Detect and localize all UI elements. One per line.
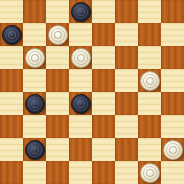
square-r1c6[interactable] (138, 23, 161, 46)
black-man[interactable] (71, 94, 91, 114)
square-r0c0 (0, 0, 23, 23)
square-r1c5 (115, 23, 138, 46)
square-r0c1[interactable] (23, 0, 46, 23)
checkers-board (0, 0, 184, 184)
square-r2c6 (138, 46, 161, 69)
square-r1c2[interactable] (46, 23, 69, 46)
square-r0c2 (46, 0, 69, 23)
square-r6c4 (92, 138, 115, 161)
white-man[interactable] (71, 48, 91, 68)
square-r7c7 (161, 161, 184, 184)
square-r6c1[interactable] (23, 138, 46, 161)
square-r6c3[interactable] (69, 138, 92, 161)
square-r7c2[interactable] (46, 161, 69, 184)
square-r7c3 (69, 161, 92, 184)
square-r4c6 (138, 92, 161, 115)
square-r5c5 (115, 115, 138, 138)
square-r2c1[interactable] (23, 46, 46, 69)
square-r3c5 (115, 69, 138, 92)
square-r5c7 (161, 115, 184, 138)
square-r4c7[interactable] (161, 92, 184, 115)
square-r4c1[interactable] (23, 92, 46, 115)
square-r1c3 (69, 23, 92, 46)
square-r3c3 (69, 69, 92, 92)
square-r7c0[interactable] (0, 161, 23, 184)
square-r5c3 (69, 115, 92, 138)
square-r6c2 (46, 138, 69, 161)
square-r4c3[interactable] (69, 92, 92, 115)
square-r4c4 (92, 92, 115, 115)
white-man[interactable] (25, 48, 45, 68)
square-r1c0[interactable] (0, 23, 23, 46)
square-r0c6 (138, 0, 161, 23)
square-r4c5[interactable] (115, 92, 138, 115)
square-r6c6 (138, 138, 161, 161)
square-r5c2[interactable] (46, 115, 69, 138)
square-r6c5[interactable] (115, 138, 138, 161)
black-man[interactable] (25, 140, 45, 160)
square-r5c4[interactable] (92, 115, 115, 138)
square-r3c6[interactable] (138, 69, 161, 92)
square-r3c2[interactable] (46, 69, 69, 92)
black-man[interactable] (71, 2, 91, 22)
square-r3c0[interactable] (0, 69, 23, 92)
square-r5c1 (23, 115, 46, 138)
square-r1c4[interactable] (92, 23, 115, 46)
square-r7c4[interactable] (92, 161, 115, 184)
square-r0c7[interactable] (161, 0, 184, 23)
square-r2c7[interactable] (161, 46, 184, 69)
square-r7c6[interactable] (138, 161, 161, 184)
square-r3c1 (23, 69, 46, 92)
white-man[interactable] (140, 71, 160, 91)
square-r7c5 (115, 161, 138, 184)
square-r1c7 (161, 23, 184, 46)
square-r6c0 (0, 138, 23, 161)
white-man[interactable] (48, 25, 68, 45)
square-r0c3[interactable] (69, 0, 92, 23)
white-man[interactable] (140, 163, 160, 183)
square-r6c7[interactable] (161, 138, 184, 161)
black-man[interactable] (25, 94, 45, 114)
square-r1c1 (23, 23, 46, 46)
square-r7c1 (23, 161, 46, 184)
black-man[interactable] (2, 25, 22, 45)
square-r5c6[interactable] (138, 115, 161, 138)
square-r3c4[interactable] (92, 69, 115, 92)
square-r5c0[interactable] (0, 115, 23, 138)
square-r0c5[interactable] (115, 0, 138, 23)
square-r2c5[interactable] (115, 46, 138, 69)
square-r3c7 (161, 69, 184, 92)
white-man[interactable] (163, 140, 183, 160)
square-r0c4 (92, 0, 115, 23)
square-r4c0 (0, 92, 23, 115)
square-r2c3[interactable] (69, 46, 92, 69)
square-r2c2 (46, 46, 69, 69)
square-r2c0 (0, 46, 23, 69)
square-r2c4 (92, 46, 115, 69)
square-r4c2 (46, 92, 69, 115)
